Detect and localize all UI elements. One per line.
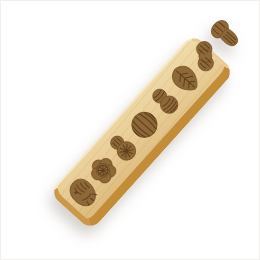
wooden-mold-board	[49, 33, 235, 231]
photo-background	[0, 0, 260, 260]
pit-row	[54, 37, 226, 221]
